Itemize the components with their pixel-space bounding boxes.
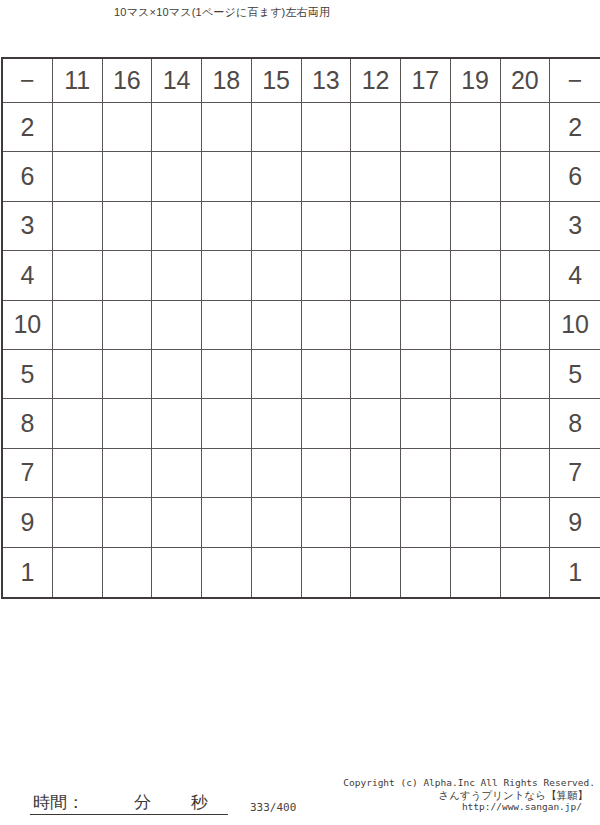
answer-cell[interactable]: [252, 251, 302, 300]
right-number-cell: 8: [550, 399, 600, 448]
answer-cell[interactable]: [53, 152, 103, 201]
answer-cell[interactable]: [501, 152, 551, 201]
right-number-cell: 1: [550, 548, 600, 597]
answer-cell[interactable]: [351, 350, 401, 399]
seconds-label: 秒: [191, 791, 208, 814]
answer-cell[interactable]: [53, 548, 103, 597]
answer-cell[interactable]: [401, 202, 451, 251]
answer-cell[interactable]: [202, 399, 252, 448]
left-number-cell: 8: [3, 399, 53, 448]
top-number-cell: 15: [252, 59, 302, 103]
answer-cell[interactable]: [451, 103, 501, 152]
minutes-label: 分: [134, 791, 151, 814]
left-number-cell: 9: [3, 498, 53, 547]
top-number-cell: 18: [202, 59, 252, 103]
answer-cell[interactable]: [401, 152, 451, 201]
answer-cell[interactable]: [302, 399, 352, 448]
top-number-cell: 20: [501, 59, 551, 103]
left-number-cell: 6: [3, 152, 53, 201]
right-number-cell: 5: [550, 350, 600, 399]
answer-cell[interactable]: [351, 103, 401, 152]
answer-cell[interactable]: [53, 350, 103, 399]
answer-cell[interactable]: [302, 498, 352, 547]
answer-cell[interactable]: [202, 548, 252, 597]
right-number-cell: 4: [550, 251, 600, 300]
answer-cell[interactable]: [103, 103, 153, 152]
answer-cell[interactable]: [351, 548, 401, 597]
answer-cell[interactable]: [103, 548, 153, 597]
answer-cell[interactable]: [252, 301, 302, 350]
operator-cell: −: [550, 59, 600, 103]
answer-cell[interactable]: [302, 202, 352, 251]
answer-cell[interactable]: [53, 251, 103, 300]
answer-cell[interactable]: [152, 449, 202, 498]
answer-cell[interactable]: [302, 103, 352, 152]
answer-cell[interactable]: [401, 103, 451, 152]
answer-cell[interactable]: [501, 548, 551, 597]
top-number-cell: 16: [103, 59, 153, 103]
worksheet-grid: −11161418151312171920−226633441010558877…: [1, 57, 600, 599]
time-label: 時間：: [33, 791, 84, 814]
answer-cell[interactable]: [103, 399, 153, 448]
page-title: 10マス×10マス(1ページに百ます)左右両用: [114, 5, 330, 20]
right-number-cell: 10: [550, 301, 600, 350]
answer-cell[interactable]: [252, 399, 302, 448]
answer-cell[interactable]: [152, 548, 202, 597]
answer-cell[interactable]: [53, 301, 103, 350]
answer-cell[interactable]: [53, 449, 103, 498]
answer-cell[interactable]: [501, 498, 551, 547]
right-number-cell: 7: [550, 449, 600, 498]
right-number-cell: 6: [550, 152, 600, 201]
answer-cell[interactable]: [451, 548, 501, 597]
copyright-text: Copyright (c) Alpha.Inc All Rights Reser…: [343, 777, 595, 789]
answer-cell[interactable]: [252, 103, 302, 152]
site-name-text: さんすうプリントなら【算願】: [343, 789, 588, 801]
answer-cell[interactable]: [501, 251, 551, 300]
answer-cell[interactable]: [252, 548, 302, 597]
answer-cell[interactable]: [202, 350, 252, 399]
answer-cell[interactable]: [252, 152, 302, 201]
answer-cell[interactable]: [451, 350, 501, 399]
answer-cell[interactable]: [252, 498, 302, 547]
answer-cell[interactable]: [351, 301, 401, 350]
answer-cell[interactable]: [351, 152, 401, 201]
answer-cell[interactable]: [302, 301, 352, 350]
answer-cell[interactable]: [202, 202, 252, 251]
answer-cell[interactable]: [401, 251, 451, 300]
answer-cell[interactable]: [202, 449, 252, 498]
answer-cell[interactable]: [103, 498, 153, 547]
answer-cell[interactable]: [53, 202, 103, 251]
answer-cell[interactable]: [501, 350, 551, 399]
operator-cell: −: [3, 59, 53, 103]
top-number-cell: 19: [451, 59, 501, 103]
site-url-text: http://www.sangan.jp/: [343, 801, 582, 812]
answer-cell[interactable]: [53, 399, 103, 448]
answer-cell[interactable]: [451, 202, 501, 251]
answer-cell[interactable]: [451, 449, 501, 498]
answer-cell[interactable]: [103, 301, 153, 350]
right-number-cell: 2: [550, 103, 600, 152]
answer-cell[interactable]: [351, 399, 401, 448]
answer-cell[interactable]: [103, 152, 153, 201]
left-number-cell: 5: [3, 350, 53, 399]
answer-cell[interactable]: [451, 498, 501, 547]
answer-cell[interactable]: [152, 498, 202, 547]
answer-cell[interactable]: [302, 152, 352, 201]
answer-cell[interactable]: [401, 301, 451, 350]
answer-cell[interactable]: [103, 350, 153, 399]
answer-cell[interactable]: [351, 498, 401, 547]
answer-cell[interactable]: [451, 152, 501, 201]
answer-cell[interactable]: [252, 449, 302, 498]
answer-cell[interactable]: [202, 301, 252, 350]
top-number-cell: 12: [351, 59, 401, 103]
top-number-cell: 17: [401, 59, 451, 103]
answer-cell[interactable]: [103, 202, 153, 251]
time-entry-line[interactable]: 時間： 分 秒: [30, 791, 228, 815]
left-number-cell: 10: [3, 301, 53, 350]
page-counter: 333/400: [250, 801, 296, 814]
answer-cell[interactable]: [152, 251, 202, 300]
answer-cell[interactable]: [501, 202, 551, 251]
answer-cell[interactable]: [451, 301, 501, 350]
answer-cell[interactable]: [252, 202, 302, 251]
answer-cell[interactable]: [451, 251, 501, 300]
answer-cell[interactable]: [202, 103, 252, 152]
top-number-cell: 13: [302, 59, 352, 103]
left-number-cell: 1: [3, 548, 53, 597]
answer-cell[interactable]: [302, 449, 352, 498]
answer-cell[interactable]: [401, 399, 451, 448]
answer-cell[interactable]: [401, 449, 451, 498]
answer-cell[interactable]: [53, 498, 103, 547]
left-number-cell: 3: [3, 202, 53, 251]
answer-cell[interactable]: [202, 498, 252, 547]
answer-cell[interactable]: [401, 498, 451, 547]
answer-cell[interactable]: [202, 251, 252, 300]
left-number-cell: 2: [3, 103, 53, 152]
answer-cell[interactable]: [152, 399, 202, 448]
answer-cell[interactable]: [152, 301, 202, 350]
answer-cell[interactable]: [152, 202, 202, 251]
answer-cell[interactable]: [252, 350, 302, 399]
left-number-cell: 7: [3, 449, 53, 498]
answer-cell[interactable]: [53, 103, 103, 152]
top-number-cell: 11: [53, 59, 103, 103]
answer-cell[interactable]: [302, 548, 352, 597]
answer-cell[interactable]: [501, 449, 551, 498]
answer-cell[interactable]: [152, 103, 202, 152]
answer-cell[interactable]: [401, 548, 451, 597]
answer-cell[interactable]: [103, 449, 153, 498]
answer-cell[interactable]: [202, 152, 252, 201]
answer-cell[interactable]: [451, 399, 501, 448]
answer-cell[interactable]: [103, 251, 153, 300]
answer-cell[interactable]: [501, 301, 551, 350]
answer-cell[interactable]: [351, 251, 401, 300]
right-number-cell: 3: [550, 202, 600, 251]
top-number-cell: 14: [152, 59, 202, 103]
answer-cell[interactable]: [501, 399, 551, 448]
answer-cell[interactable]: [501, 103, 551, 152]
answer-cell[interactable]: [351, 202, 401, 251]
answer-cell[interactable]: [152, 152, 202, 201]
answer-cell[interactable]: [302, 251, 352, 300]
left-number-cell: 4: [3, 251, 53, 300]
answer-cell[interactable]: [351, 449, 401, 498]
answer-cell[interactable]: [152, 350, 202, 399]
answer-cell[interactable]: [302, 350, 352, 399]
copyright-block: Copyright (c) Alpha.Inc All Rights Reser…: [343, 777, 595, 812]
right-number-cell: 9: [550, 498, 600, 547]
answer-cell[interactable]: [401, 350, 451, 399]
